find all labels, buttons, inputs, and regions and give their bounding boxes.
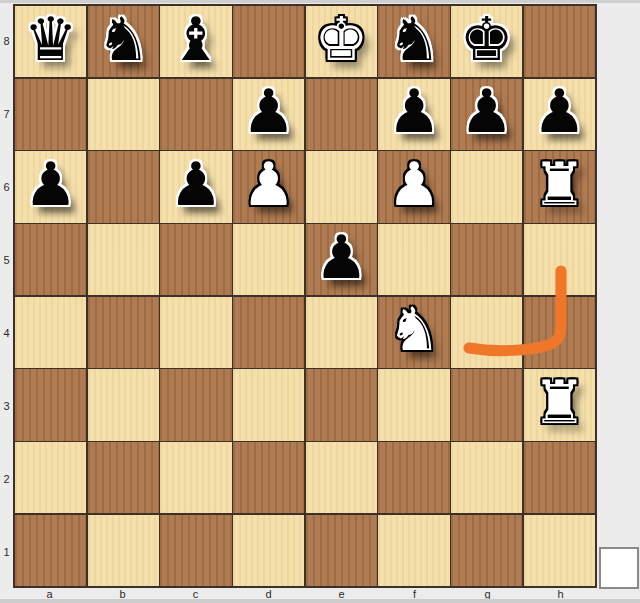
square-c5[interactable]: [160, 224, 231, 295]
square-a6[interactable]: ♟: [15, 151, 86, 222]
square-c3[interactable]: [160, 369, 231, 440]
piece-white-pawn[interactable]: ♟: [242, 154, 296, 214]
square-c7[interactable]: [160, 79, 231, 150]
square-d1[interactable]: [233, 515, 304, 586]
square-d8[interactable]: [233, 6, 304, 77]
square-g1[interactable]: [451, 515, 522, 586]
bottom-window-strip: [0, 599, 640, 603]
square-h2[interactable]: [524, 442, 595, 513]
square-e7[interactable]: [306, 79, 377, 150]
square-e3[interactable]: [306, 369, 377, 440]
square-d7[interactable]: ♟: [233, 79, 304, 150]
piece-black-knight[interactable]: ♞: [387, 9, 441, 69]
square-a3[interactable]: [15, 369, 86, 440]
square-e6[interactable]: [306, 151, 377, 222]
square-f6[interactable]: ♟: [378, 151, 449, 222]
square-b2[interactable]: [88, 442, 159, 513]
square-a2[interactable]: [15, 442, 86, 513]
piece-white-king[interactable]: ♚: [314, 9, 368, 69]
top-window-strip: [0, 0, 640, 3]
square-c8[interactable]: ♝: [160, 6, 231, 77]
square-b8[interactable]: ♞: [88, 6, 159, 77]
piece-white-knight[interactable]: ♞: [387, 299, 441, 359]
square-f3[interactable]: [378, 369, 449, 440]
rank-label-7: 7: [0, 77, 13, 150]
square-h4[interactable]: [524, 297, 595, 368]
rank-label-2: 2: [0, 442, 13, 515]
square-g2[interactable]: [451, 442, 522, 513]
square-h8[interactable]: [524, 6, 595, 77]
rank-label-1: 1: [0, 515, 13, 588]
square-e2[interactable]: [306, 442, 377, 513]
square-d6[interactable]: ♟: [233, 151, 304, 222]
square-f2[interactable]: [378, 442, 449, 513]
square-h3[interactable]: ♜: [524, 369, 595, 440]
piece-black-pawn[interactable]: ♟: [24, 154, 78, 214]
square-b7[interactable]: [88, 79, 159, 150]
chess-board[interactable]: ♛♞♝♚♞♚♟♟♟♟♟♟♟♟♜♟♞♜: [13, 4, 597, 588]
rank-label-5: 5: [0, 223, 13, 296]
square-c4[interactable]: [160, 297, 231, 368]
square-b5[interactable]: [88, 224, 159, 295]
piece-black-king[interactable]: ♚: [460, 9, 514, 69]
rank-label-3: 3: [0, 369, 13, 442]
piece-black-pawn[interactable]: ♟: [533, 81, 587, 141]
square-b4[interactable]: [88, 297, 159, 368]
square-b6[interactable]: [88, 151, 159, 222]
square-a4[interactable]: [15, 297, 86, 368]
square-h6[interactable]: ♜: [524, 151, 595, 222]
square-c2[interactable]: [160, 442, 231, 513]
square-g6[interactable]: [451, 151, 522, 222]
square-g8[interactable]: ♚: [451, 6, 522, 77]
square-d2[interactable]: [233, 442, 304, 513]
square-a7[interactable]: [15, 79, 86, 150]
square-e4[interactable]: [306, 297, 377, 368]
piece-black-knight[interactable]: ♞: [96, 9, 150, 69]
square-c1[interactable]: [160, 515, 231, 586]
square-c6[interactable]: ♟: [160, 151, 231, 222]
rank-label-6: 6: [0, 150, 13, 223]
square-g3[interactable]: [451, 369, 522, 440]
square-b3[interactable]: [88, 369, 159, 440]
piece-black-pawn[interactable]: ♟: [460, 81, 514, 141]
piece-black-pawn[interactable]: ♟: [314, 227, 368, 287]
square-g4[interactable]: [451, 297, 522, 368]
square-e5[interactable]: ♟: [306, 224, 377, 295]
square-d4[interactable]: [233, 297, 304, 368]
square-f4[interactable]: ♞: [378, 297, 449, 368]
rank-label-8: 8: [0, 4, 13, 77]
square-e1[interactable]: [306, 515, 377, 586]
square-d5[interactable]: [233, 224, 304, 295]
square-h1[interactable]: [524, 515, 595, 586]
piece-white-rook[interactable]: ♜: [533, 372, 587, 432]
square-h7[interactable]: ♟: [524, 79, 595, 150]
square-g5[interactable]: [451, 224, 522, 295]
rank-labels: 87654321: [0, 4, 13, 588]
square-g7[interactable]: ♟: [451, 79, 522, 150]
square-a5[interactable]: [15, 224, 86, 295]
piece-white-rook[interactable]: ♜: [533, 154, 587, 214]
blank-box: [599, 547, 639, 589]
square-f8[interactable]: ♞: [378, 6, 449, 77]
square-f7[interactable]: ♟: [378, 79, 449, 150]
square-e8[interactable]: ♚: [306, 6, 377, 77]
piece-white-pawn[interactable]: ♟: [387, 154, 441, 214]
piece-black-pawn[interactable]: ♟: [387, 81, 441, 141]
rank-label-4: 4: [0, 296, 13, 369]
square-a1[interactable]: [15, 515, 86, 586]
square-h5[interactable]: [524, 224, 595, 295]
piece-black-queen[interactable]: ♛: [24, 9, 78, 69]
piece-black-bishop[interactable]: ♝: [169, 9, 223, 69]
piece-black-pawn[interactable]: ♟: [242, 81, 296, 141]
square-f5[interactable]: [378, 224, 449, 295]
square-f1[interactable]: [378, 515, 449, 586]
square-b1[interactable]: [88, 515, 159, 586]
piece-black-pawn[interactable]: ♟: [169, 154, 223, 214]
square-a8[interactable]: ♛: [15, 6, 86, 77]
square-d3[interactable]: [233, 369, 304, 440]
